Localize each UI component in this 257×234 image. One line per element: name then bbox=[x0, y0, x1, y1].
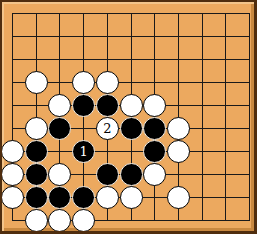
white-stone[interactable] bbox=[25, 209, 48, 232]
white-stone[interactable] bbox=[167, 186, 190, 209]
black-stone[interactable] bbox=[143, 117, 166, 140]
grid-line-vertical bbox=[225, 13, 226, 221]
black-stone[interactable] bbox=[25, 140, 48, 163]
grid-line-horizontal bbox=[12, 151, 250, 152]
white-stone[interactable] bbox=[120, 186, 143, 209]
grid-line-horizontal bbox=[12, 59, 250, 60]
black-stone[interactable]: 1 bbox=[72, 140, 95, 163]
move-number-label: 1 bbox=[79, 145, 87, 158]
black-stone[interactable] bbox=[48, 117, 71, 140]
white-stone[interactable] bbox=[1, 163, 24, 186]
white-stone[interactable] bbox=[72, 71, 95, 94]
white-stone[interactable] bbox=[48, 163, 71, 186]
black-stone[interactable] bbox=[25, 186, 48, 209]
white-stone[interactable] bbox=[96, 71, 119, 94]
black-stone[interactable] bbox=[72, 94, 95, 117]
black-stone[interactable] bbox=[96, 94, 119, 117]
white-stone[interactable] bbox=[1, 186, 24, 209]
white-stone[interactable] bbox=[72, 209, 95, 232]
white-stone[interactable] bbox=[167, 140, 190, 163]
black-stone[interactable] bbox=[48, 186, 71, 209]
white-stone[interactable] bbox=[25, 71, 48, 94]
go-board-diagram[interactable]: 21 bbox=[0, 0, 257, 234]
black-stone[interactable] bbox=[143, 140, 166, 163]
white-stone[interactable] bbox=[120, 94, 143, 117]
white-stone[interactable] bbox=[143, 94, 166, 117]
grid-line-horizontal bbox=[12, 13, 250, 14]
white-stone[interactable]: 2 bbox=[96, 117, 119, 140]
grid-line-vertical bbox=[249, 13, 250, 221]
white-stone[interactable] bbox=[48, 209, 71, 232]
white-stone[interactable] bbox=[48, 94, 71, 117]
black-stone[interactable] bbox=[120, 163, 143, 186]
grid-line-vertical bbox=[202, 13, 203, 221]
black-stone[interactable] bbox=[72, 186, 95, 209]
grid-line-horizontal bbox=[12, 36, 250, 37]
white-stone[interactable] bbox=[143, 163, 166, 186]
black-stone[interactable] bbox=[96, 163, 119, 186]
black-stone[interactable] bbox=[25, 163, 48, 186]
white-stone[interactable] bbox=[1, 140, 24, 163]
move-number-label: 2 bbox=[103, 122, 111, 135]
white-stone[interactable] bbox=[96, 186, 119, 209]
black-stone[interactable] bbox=[120, 117, 143, 140]
white-stone[interactable] bbox=[25, 117, 48, 140]
grid-line-horizontal bbox=[12, 82, 250, 83]
white-stone[interactable] bbox=[167, 117, 190, 140]
